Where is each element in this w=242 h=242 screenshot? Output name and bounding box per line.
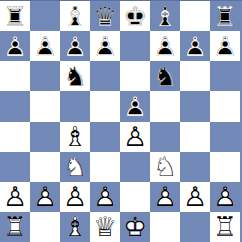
knight-outline-glyph: ♘ xyxy=(150,152,180,182)
knight-outline-glyph: ♘ xyxy=(60,152,90,182)
white-pawn[interactable]: ♟♙ xyxy=(150,182,180,212)
white-rook[interactable]: ♜♖ xyxy=(210,212,240,242)
square-d1[interactable]: ♛♕ xyxy=(90,212,120,242)
pawn-outline-glyph: ♙ xyxy=(180,182,210,212)
square-a6[interactable] xyxy=(0,61,30,91)
rook-outline-glyph: ♖ xyxy=(0,1,30,31)
chess-board-background: ♜♖♝♗♛♕♚♔♝♗♜♖♟♙♟♙♟♙♟♙♟♙♟♙♟♙♞♘♞♘♟♙♝♗♟♙♞♘♞♘… xyxy=(0,0,242,242)
rook-outline-glyph: ♖ xyxy=(210,1,240,31)
square-g6[interactable] xyxy=(180,61,210,91)
white-bishop[interactable]: ♝♗ xyxy=(60,212,90,242)
square-h5[interactable] xyxy=(210,91,240,121)
square-b6[interactable] xyxy=(30,61,60,91)
pawn-outline-glyph: ♙ xyxy=(60,182,90,212)
white-pawn[interactable]: ♟♙ xyxy=(90,182,120,212)
chess-board: ♜♖♝♗♛♕♚♔♝♗♜♖♟♙♟♙♟♙♟♙♟♙♟♙♟♙♞♘♞♘♟♙♝♗♟♙♞♘♞♘… xyxy=(0,1,240,242)
black-pawn[interactable]: ♟♙ xyxy=(60,31,90,61)
pawn-outline-glyph: ♙ xyxy=(0,182,30,212)
pawn-outline-glyph: ♙ xyxy=(180,31,210,61)
black-rook[interactable]: ♜♖ xyxy=(0,1,30,31)
white-pawn[interactable]: ♟♙ xyxy=(30,182,60,212)
black-king[interactable]: ♚♔ xyxy=(120,1,150,31)
pawn-outline-glyph: ♙ xyxy=(0,31,30,61)
square-e4[interactable]: ♟♙ xyxy=(120,122,150,152)
square-h1[interactable]: ♜♖ xyxy=(210,212,240,242)
white-knight[interactable]: ♞♘ xyxy=(60,152,90,182)
white-pawn[interactable]: ♟♙ xyxy=(0,182,30,212)
knight-outline-glyph: ♘ xyxy=(150,61,180,91)
king-outline-glyph: ♔ xyxy=(120,1,150,31)
square-h7[interactable]: ♟♙ xyxy=(210,31,240,61)
square-b8[interactable] xyxy=(30,1,60,31)
square-d8[interactable]: ♛♕ xyxy=(90,1,120,31)
square-a8[interactable]: ♜♖ xyxy=(0,1,30,31)
black-bishop[interactable]: ♝♗ xyxy=(60,1,90,31)
black-pawn[interactable]: ♟♙ xyxy=(150,31,180,61)
square-a5[interactable] xyxy=(0,91,30,121)
pawn-outline-glyph: ♙ xyxy=(60,31,90,61)
square-b2[interactable]: ♟♙ xyxy=(30,182,60,212)
square-b3[interactable] xyxy=(30,152,60,182)
square-e6[interactable] xyxy=(120,61,150,91)
bishop-outline-glyph: ♗ xyxy=(60,1,90,31)
black-pawn[interactable]: ♟♙ xyxy=(210,31,240,61)
square-c2[interactable]: ♟♙ xyxy=(60,182,90,212)
pawn-outline-glyph: ♙ xyxy=(210,182,240,212)
square-f8[interactable]: ♝♗ xyxy=(150,1,180,31)
square-c4[interactable]: ♝♗ xyxy=(60,122,90,152)
square-b4[interactable] xyxy=(30,122,60,152)
square-f6[interactable]: ♞♘ xyxy=(150,61,180,91)
queen-outline-glyph: ♕ xyxy=(90,1,120,31)
square-g4[interactable] xyxy=(180,122,210,152)
white-pawn[interactable]: ♟♙ xyxy=(60,182,90,212)
square-h6[interactable] xyxy=(210,61,240,91)
square-e3[interactable] xyxy=(120,152,150,182)
square-e2[interactable] xyxy=(120,182,150,212)
square-f2[interactable]: ♟♙ xyxy=(150,182,180,212)
square-e1[interactable]: ♚♔ xyxy=(120,212,150,242)
square-a2[interactable]: ♟♙ xyxy=(0,182,30,212)
black-pawn[interactable]: ♟♙ xyxy=(30,31,60,61)
black-bishop[interactable]: ♝♗ xyxy=(150,1,180,31)
rook-outline-glyph: ♖ xyxy=(210,212,240,242)
pawn-outline-glyph: ♙ xyxy=(150,31,180,61)
square-g7[interactable]: ♟♙ xyxy=(180,31,210,61)
square-a4[interactable] xyxy=(0,122,30,152)
square-h2[interactable]: ♟♙ xyxy=(210,182,240,212)
pawn-outline-glyph: ♙ xyxy=(150,182,180,212)
pawn-outline-glyph: ♙ xyxy=(90,31,120,61)
square-c1[interactable]: ♝♗ xyxy=(60,212,90,242)
square-c3[interactable]: ♞♘ xyxy=(60,152,90,182)
square-d4[interactable] xyxy=(90,122,120,152)
white-pawn[interactable]: ♟♙ xyxy=(120,122,150,152)
white-queen[interactable]: ♛♕ xyxy=(90,212,120,242)
square-e7[interactable] xyxy=(120,31,150,61)
square-g1[interactable] xyxy=(180,212,210,242)
white-pawn[interactable]: ♟♙ xyxy=(180,182,210,212)
bishop-outline-glyph: ♗ xyxy=(150,1,180,31)
square-a3[interactable] xyxy=(0,152,30,182)
pawn-outline-glyph: ♙ xyxy=(120,122,150,152)
square-f1[interactable] xyxy=(150,212,180,242)
square-e5[interactable]: ♟♙ xyxy=(120,91,150,121)
square-d7[interactable]: ♟♙ xyxy=(90,31,120,61)
square-g2[interactable]: ♟♙ xyxy=(180,182,210,212)
black-pawn[interactable]: ♟♙ xyxy=(90,31,120,61)
square-f5[interactable] xyxy=(150,91,180,121)
square-f4[interactable] xyxy=(150,122,180,152)
black-pawn[interactable]: ♟♙ xyxy=(0,31,30,61)
square-g3[interactable] xyxy=(180,152,210,182)
white-knight[interactable]: ♞♘ xyxy=(150,152,180,182)
queen-outline-glyph: ♕ xyxy=(90,212,120,242)
square-d6[interactable] xyxy=(90,61,120,91)
square-c7[interactable]: ♟♙ xyxy=(60,31,90,61)
white-pawn[interactable]: ♟♙ xyxy=(210,182,240,212)
square-h4[interactable] xyxy=(210,122,240,152)
white-bishop[interactable]: ♝♗ xyxy=(60,122,90,152)
square-e8[interactable]: ♚♔ xyxy=(120,1,150,31)
black-pawn[interactable]: ♟♙ xyxy=(180,31,210,61)
square-a7[interactable]: ♟♙ xyxy=(0,31,30,61)
white-rook[interactable]: ♜♖ xyxy=(0,212,30,242)
square-c8[interactable]: ♝♗ xyxy=(60,1,90,31)
pawn-outline-glyph: ♙ xyxy=(210,31,240,61)
square-f3[interactable]: ♞♘ xyxy=(150,152,180,182)
square-d5[interactable] xyxy=(90,91,120,121)
square-g5[interactable] xyxy=(180,91,210,121)
knight-outline-glyph: ♘ xyxy=(60,61,90,91)
white-king[interactable]: ♚♔ xyxy=(120,212,150,242)
square-b1[interactable] xyxy=(30,212,60,242)
square-b5[interactable] xyxy=(30,91,60,121)
king-outline-glyph: ♔ xyxy=(120,212,150,242)
square-a1[interactable]: ♜♖ xyxy=(0,212,30,242)
black-pawn[interactable]: ♟♙ xyxy=(120,91,150,121)
black-knight[interactable]: ♞♘ xyxy=(150,61,180,91)
pawn-outline-glyph: ♙ xyxy=(30,182,60,212)
square-h3[interactable] xyxy=(210,152,240,182)
square-b7[interactable]: ♟♙ xyxy=(30,31,60,61)
square-d2[interactable]: ♟♙ xyxy=(90,182,120,212)
pawn-outline-glyph: ♙ xyxy=(120,91,150,121)
square-d3[interactable] xyxy=(90,152,120,182)
square-g8[interactable] xyxy=(180,1,210,31)
black-knight[interactable]: ♞♘ xyxy=(60,61,90,91)
black-queen[interactable]: ♛♕ xyxy=(90,1,120,31)
square-c5[interactable] xyxy=(60,91,90,121)
square-f7[interactable]: ♟♙ xyxy=(150,31,180,61)
square-c6[interactable]: ♞♘ xyxy=(60,61,90,91)
rook-outline-glyph: ♖ xyxy=(0,212,30,242)
bishop-outline-glyph: ♗ xyxy=(60,212,90,242)
pawn-outline-glyph: ♙ xyxy=(30,31,60,61)
bishop-outline-glyph: ♗ xyxy=(60,122,90,152)
square-h8[interactable]: ♜♖ xyxy=(210,1,240,31)
pawn-outline-glyph: ♙ xyxy=(90,182,120,212)
black-rook[interactable]: ♜♖ xyxy=(210,1,240,31)
